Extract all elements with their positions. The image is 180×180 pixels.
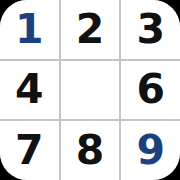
cell-r3c3: 9 bbox=[121, 121, 180, 180]
cell-r1c1: 1 bbox=[0, 0, 59, 59]
cell-r3c1: 7 bbox=[0, 121, 59, 180]
cell-r1c2: 2 bbox=[61, 0, 120, 59]
sudoku-app-icon[interactable]: 1 2 3 4 6 7 8 9 bbox=[0, 0, 180, 180]
cell-r3c2: 8 bbox=[61, 121, 120, 180]
cell-r2c1: 4 bbox=[0, 61, 59, 120]
cell-r1c3: 3 bbox=[121, 0, 180, 59]
cell-r2c3: 6 bbox=[121, 61, 180, 120]
cell-r2c2-empty bbox=[61, 61, 120, 120]
